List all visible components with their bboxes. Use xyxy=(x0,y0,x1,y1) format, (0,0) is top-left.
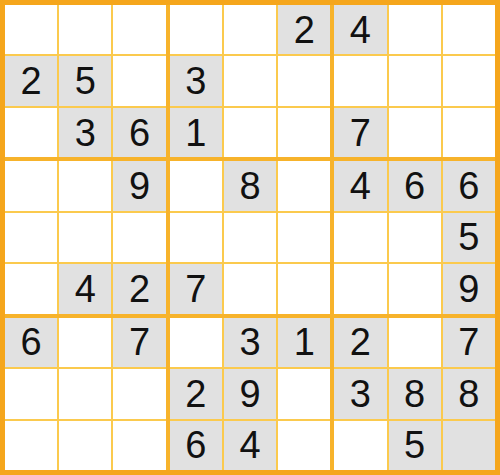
given-digit: 6 xyxy=(458,167,479,205)
cell-r2c3[interactable] xyxy=(113,56,165,105)
cell-r5c9: 5 xyxy=(443,213,495,262)
cell-r9c5: 4 xyxy=(224,421,276,470)
cell-r9c4: 6 xyxy=(170,421,222,470)
cell-r1c9[interactable] xyxy=(443,5,495,54)
cell-r2c1: 2 xyxy=(5,56,57,105)
given-digit: 8 xyxy=(404,375,425,413)
cell-r3c2: 3 xyxy=(59,108,111,157)
cell-r3c6[interactable] xyxy=(278,108,330,157)
cell-r8c7: 3 xyxy=(334,369,386,418)
cell-r6c3: 2 xyxy=(113,264,165,313)
cell-r2c2: 5 xyxy=(59,56,111,105)
given-digit: 9 xyxy=(458,270,479,308)
cell-r4c7: 4 xyxy=(334,161,386,210)
given-digit: 2 xyxy=(185,375,206,413)
cell-r5c8[interactable] xyxy=(389,213,441,262)
cell-r3c5[interactable] xyxy=(224,108,276,157)
cell-r7c7: 2 xyxy=(334,318,386,367)
cell-r4c9: 6 xyxy=(443,161,495,210)
cell-r1c1[interactable] xyxy=(5,5,57,54)
given-digit: 6 xyxy=(21,323,42,361)
cell-r2c4: 3 xyxy=(170,56,222,105)
given-digit: 9 xyxy=(129,167,150,205)
sudoku-board: 253623147942874665967312964273885 xyxy=(0,0,500,475)
cell-r1c3[interactable] xyxy=(113,5,165,54)
cell-r9c7[interactable] xyxy=(334,421,386,470)
cell-r9c6[interactable] xyxy=(278,421,330,470)
given-digit: 4 xyxy=(350,11,371,49)
cell-r7c5: 3 xyxy=(224,318,276,367)
cell-r4c6[interactable] xyxy=(278,161,330,210)
given-digit: 3 xyxy=(350,375,371,413)
given-digit: 7 xyxy=(185,270,206,308)
box-4: 942 xyxy=(5,161,166,313)
box-8: 312964 xyxy=(170,318,331,470)
cell-r9c8: 5 xyxy=(389,421,441,470)
box-7: 67 xyxy=(5,318,166,470)
given-digit: 4 xyxy=(239,426,260,464)
cell-r5c7[interactable] xyxy=(334,213,386,262)
cell-r8c1[interactable] xyxy=(5,369,57,418)
cell-r7c8[interactable] xyxy=(389,318,441,367)
cell-r6c2: 4 xyxy=(59,264,111,313)
box-6: 46659 xyxy=(334,161,495,313)
cell-r5c6[interactable] xyxy=(278,213,330,262)
box-3: 47 xyxy=(334,5,495,157)
given-digit: 5 xyxy=(75,62,96,100)
cell-r2c8[interactable] xyxy=(389,56,441,105)
cell-r7c4[interactable] xyxy=(170,318,222,367)
cell-r8c2[interactable] xyxy=(59,369,111,418)
cell-r8c3[interactable] xyxy=(113,369,165,418)
cell-r3c8[interactable] xyxy=(389,108,441,157)
given-digit: 1 xyxy=(185,114,206,152)
cell-r9c9 xyxy=(443,421,495,470)
cell-r9c3[interactable] xyxy=(113,421,165,470)
cell-r2c6[interactable] xyxy=(278,56,330,105)
box-2: 231 xyxy=(170,5,331,157)
cell-r3c3: 6 xyxy=(113,108,165,157)
cell-r7c9: 7 xyxy=(443,318,495,367)
cell-r1c8[interactable] xyxy=(389,5,441,54)
cell-r8c4: 2 xyxy=(170,369,222,418)
cell-r2c7[interactable] xyxy=(334,56,386,105)
given-digit: 2 xyxy=(21,62,42,100)
cell-r1c2[interactable] xyxy=(59,5,111,54)
given-digit: 5 xyxy=(458,218,479,256)
cell-r4c4[interactable] xyxy=(170,161,222,210)
cell-r6c4: 7 xyxy=(170,264,222,313)
cell-r6c9: 9 xyxy=(443,264,495,313)
cell-r7c2[interactable] xyxy=(59,318,111,367)
given-digit: 7 xyxy=(129,323,150,361)
box-9: 273885 xyxy=(334,318,495,470)
cell-r5c5[interactable] xyxy=(224,213,276,262)
cell-r7c1: 6 xyxy=(5,318,57,367)
cell-r5c2[interactable] xyxy=(59,213,111,262)
cell-r3c1[interactable] xyxy=(5,108,57,157)
cell-r2c9[interactable] xyxy=(443,56,495,105)
cell-r4c1[interactable] xyxy=(5,161,57,210)
given-digit: 1 xyxy=(294,323,315,361)
cell-r5c1[interactable] xyxy=(5,213,57,262)
cell-r6c7[interactable] xyxy=(334,264,386,313)
given-digit: 8 xyxy=(458,375,479,413)
cell-r9c2[interactable] xyxy=(59,421,111,470)
given-digit: 2 xyxy=(350,323,371,361)
cell-r9c1[interactable] xyxy=(5,421,57,470)
given-digit: 4 xyxy=(350,167,371,205)
cell-r6c5[interactable] xyxy=(224,264,276,313)
given-digit: 4 xyxy=(75,270,96,308)
given-digit: 3 xyxy=(75,114,96,152)
given-digit: 6 xyxy=(404,167,425,205)
cell-r1c6: 2 xyxy=(278,5,330,54)
cell-r3c7: 7 xyxy=(334,108,386,157)
cell-r8c8: 8 xyxy=(389,369,441,418)
given-digit: 6 xyxy=(185,426,206,464)
cell-r4c2[interactable] xyxy=(59,161,111,210)
given-digit: 7 xyxy=(350,114,371,152)
cell-r8c5: 9 xyxy=(224,369,276,418)
given-digit: 8 xyxy=(239,167,260,205)
box-1: 2536 xyxy=(5,5,166,157)
given-digit: 5 xyxy=(404,426,425,464)
cell-r8c6[interactable] xyxy=(278,369,330,418)
cell-r2c5[interactable] xyxy=(224,56,276,105)
cell-r6c1[interactable] xyxy=(5,264,57,313)
given-digit: 2 xyxy=(129,270,150,308)
cell-r6c8[interactable] xyxy=(389,264,441,313)
given-digit: 6 xyxy=(129,114,150,152)
cell-r7c6: 1 xyxy=(278,318,330,367)
cell-r5c3[interactable] xyxy=(113,213,165,262)
given-digit: 3 xyxy=(239,323,260,361)
cell-r1c4[interactable] xyxy=(170,5,222,54)
given-digit: 3 xyxy=(185,62,206,100)
cell-r4c5: 8 xyxy=(224,161,276,210)
given-digit: 9 xyxy=(239,375,260,413)
cell-r3c4: 1 xyxy=(170,108,222,157)
cell-r6c6[interactable] xyxy=(278,264,330,313)
given-digit: 7 xyxy=(458,323,479,361)
cell-r7c3: 7 xyxy=(113,318,165,367)
cell-r4c3: 9 xyxy=(113,161,165,210)
given-digit: 2 xyxy=(294,11,315,49)
cell-r4c8: 6 xyxy=(389,161,441,210)
box-5: 87 xyxy=(170,161,331,313)
cell-r3c9[interactable] xyxy=(443,108,495,157)
cell-r8c9: 8 xyxy=(443,369,495,418)
cell-r1c5[interactable] xyxy=(224,5,276,54)
cell-r5c4[interactable] xyxy=(170,213,222,262)
cell-r1c7: 4 xyxy=(334,5,386,54)
